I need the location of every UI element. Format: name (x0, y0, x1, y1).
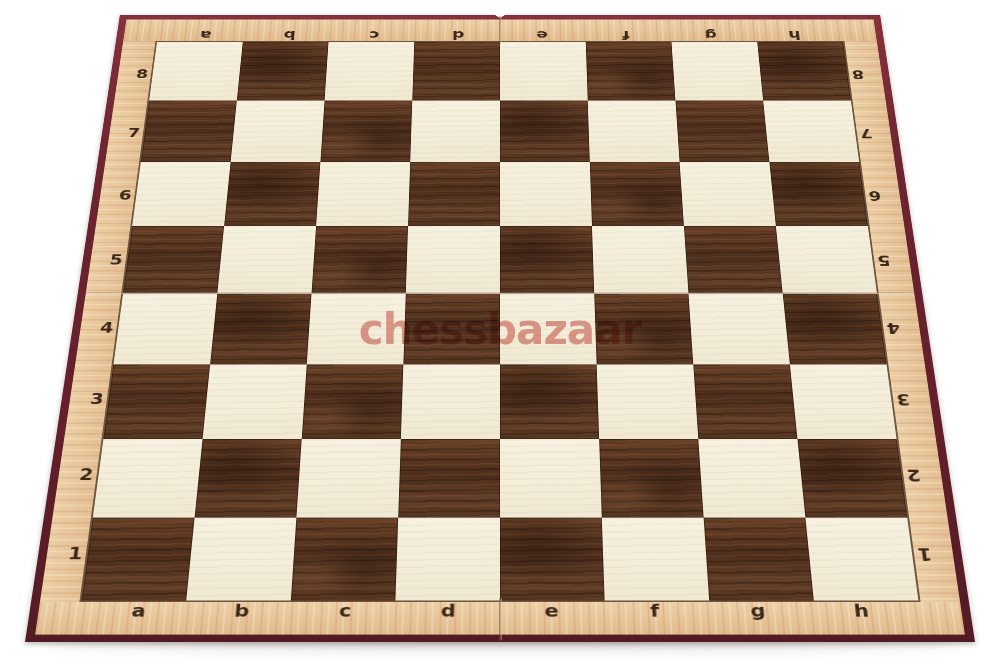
square-g7 (675, 101, 769, 162)
square-e6 (500, 162, 592, 226)
square-e7 (500, 101, 590, 162)
watermark: chessbazaar (359, 305, 642, 354)
square-d2 (398, 439, 500, 518)
square-h8 (757, 42, 851, 101)
square-b7 (231, 101, 325, 162)
square-c5 (312, 226, 409, 293)
square-f1 (602, 518, 709, 601)
board-photo: abcdefgh abcdefgh 87654321 87654321 ches… (0, 0, 1000, 667)
square-g5 (684, 226, 783, 293)
square-e8 (500, 42, 588, 101)
square-a2 (93, 439, 203, 518)
fold-seam-vertical-top (499, 16, 501, 44)
square-c3 (302, 364, 404, 439)
square-a3 (103, 364, 210, 439)
square-d5 (406, 226, 500, 293)
square-d3 (401, 364, 500, 439)
fold-seam-horizontal (86, 292, 915, 294)
square-c6 (316, 162, 410, 226)
square-h2 (797, 439, 907, 518)
square-a7 (141, 101, 237, 162)
square-e2 (500, 439, 602, 518)
square-g1 (704, 518, 814, 601)
square-c1 (291, 518, 398, 601)
square-f8 (586, 42, 676, 101)
square-d1 (395, 518, 500, 601)
square-g3 (693, 364, 797, 439)
square-f7 (588, 101, 680, 162)
square-h6 (769, 162, 867, 226)
square-h5 (776, 226, 877, 293)
square-h1 (805, 518, 918, 601)
square-f6 (590, 162, 684, 226)
square-f5 (592, 226, 689, 293)
square-g4 (688, 294, 789, 365)
square-h7 (763, 101, 859, 162)
square-a1 (82, 518, 195, 601)
square-c8 (325, 42, 415, 101)
square-b5 (217, 226, 316, 293)
square-b1 (186, 518, 296, 601)
square-b8 (237, 42, 329, 101)
square-b2 (195, 439, 302, 518)
square-e5 (500, 226, 594, 293)
square-d7 (410, 101, 500, 162)
square-d6 (408, 162, 500, 226)
square-g8 (671, 42, 763, 101)
square-a5 (123, 226, 224, 293)
square-a8 (149, 42, 243, 101)
square-b3 (203, 364, 307, 439)
square-a6 (132, 162, 230, 226)
square-c7 (320, 101, 412, 162)
square-c2 (296, 439, 400, 518)
square-e1 (500, 518, 605, 601)
square-f3 (597, 364, 699, 439)
square-h4 (783, 294, 887, 365)
square-a4 (113, 294, 217, 365)
square-g6 (680, 162, 776, 226)
square-g2 (698, 439, 805, 518)
square-b6 (224, 162, 320, 226)
square-h3 (790, 364, 897, 439)
square-b4 (210, 294, 311, 365)
square-e3 (500, 364, 599, 439)
square-d8 (412, 42, 500, 101)
square-f2 (599, 439, 703, 518)
fold-seam-vertical-bottom (499, 598, 502, 640)
